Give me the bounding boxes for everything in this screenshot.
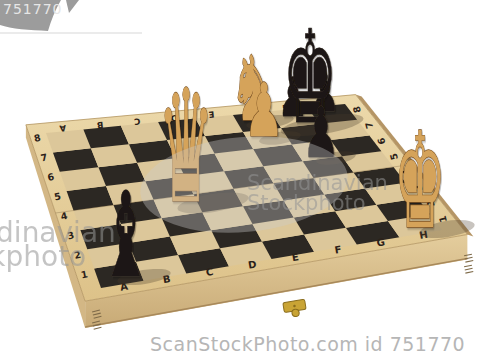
watermark-brand-right: Scandinavian Stockphoto [247, 173, 388, 213]
file-label-far-b: B [96, 120, 103, 131]
dovetail-mark [465, 271, 473, 273]
dovetail-mark [465, 260, 473, 262]
piece-white-king-h2: ♚ [394, 104, 446, 258]
watermark-photo-id: 751770 [3, 1, 62, 17]
dovetail-mark [464, 265, 472, 267]
dovetail-mark [465, 268, 473, 270]
square-b8 [83, 126, 128, 149]
clasp-part [291, 309, 299, 317]
file-label-far-c: C [134, 116, 141, 127]
watermark-divider-line [0, 32, 142, 34]
stock-photo-canvas: AA11BB22CC33DD44EE55FF66GG77HH88♟♟♞♚♟♟♛♚… [0, 0, 500, 355]
watermark-brand-left: Scandinavian Stockphoto [0, 221, 116, 269]
watermark-footer-text: ScanStockPhoto.com id 751770 [150, 333, 465, 355]
square-a8 [46, 129, 91, 152]
watermark-brand-line1: Scandinavian [247, 173, 388, 193]
watermark-brand-line2: Stockphoto [247, 193, 388, 213]
dovetail-mark [94, 327, 102, 329]
clasp-icon [283, 299, 307, 318]
